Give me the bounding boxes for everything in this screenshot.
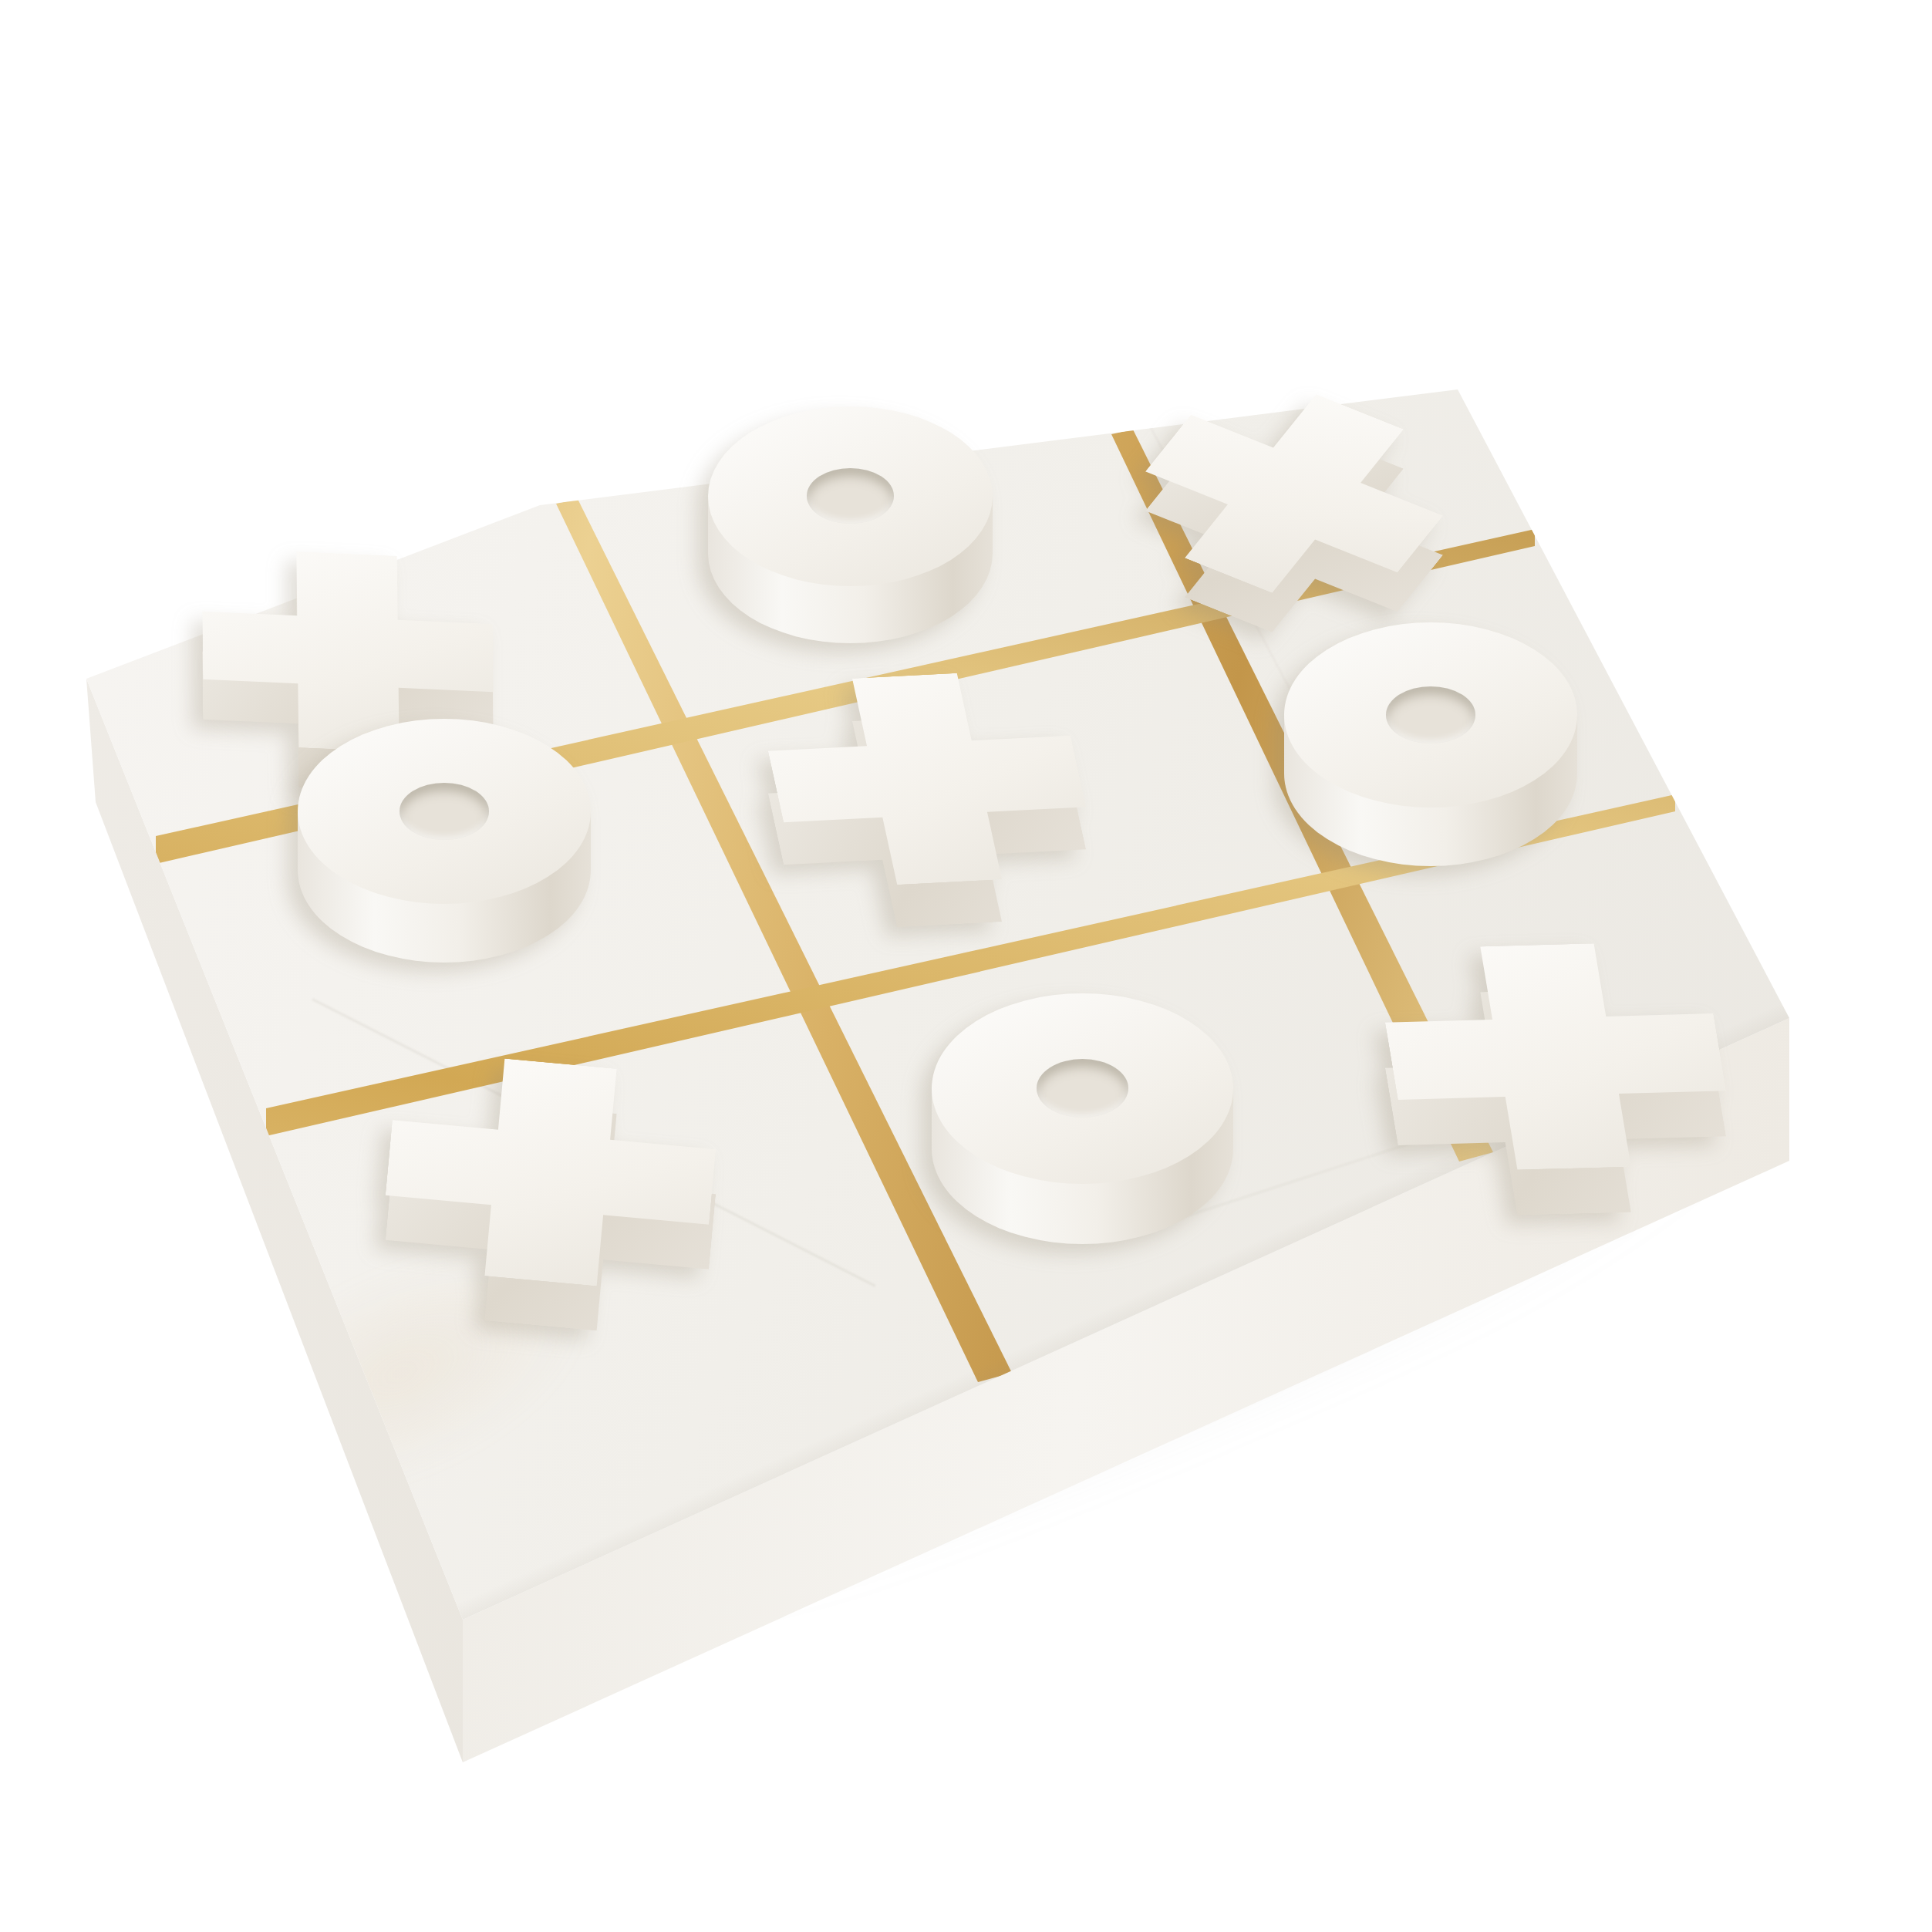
o-piece-center-hole xyxy=(1386,686,1475,743)
o-piece-center-hole xyxy=(1037,1059,1128,1118)
piece-o-row1-col0[interactable] xyxy=(298,719,591,963)
piece-x-row2-col0[interactable] xyxy=(435,1057,666,1288)
piece-o-row2-col1[interactable] xyxy=(932,993,1233,1244)
o-piece-center-hole xyxy=(807,468,894,524)
piece-o-row1-col2[interactable] xyxy=(1284,622,1577,866)
piece-x-row0-col2[interactable] xyxy=(1178,378,1410,609)
piece-x-row1-col1[interactable] xyxy=(811,663,1043,895)
piece-o-row0-col1[interactable] xyxy=(708,406,993,643)
o-piece-center-hole xyxy=(400,783,489,840)
piece-x-row2-col2[interactable] xyxy=(1440,941,1671,1172)
product-photo-canvas xyxy=(0,0,1932,1932)
